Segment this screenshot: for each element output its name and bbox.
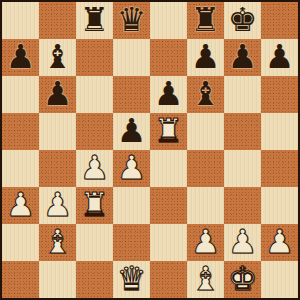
black-pawn: ♟ — [191, 40, 221, 73]
black-rook: ♜ — [191, 3, 221, 36]
square-b5[interactable] — [39, 113, 76, 150]
square-a1[interactable] — [2, 261, 39, 298]
square-h4[interactable] — [261, 150, 298, 187]
black-pawn: ♟ — [265, 40, 295, 73]
square-b7[interactable]: ♝ — [39, 39, 76, 76]
square-a6[interactable] — [2, 76, 39, 113]
square-e7[interactable] — [150, 39, 187, 76]
square-b4[interactable] — [39, 150, 76, 187]
white-bishop: ♝ — [191, 262, 221, 295]
white-queen: ♛ — [117, 262, 147, 295]
square-e1[interactable] — [150, 261, 187, 298]
square-e5[interactable]: ♜ — [150, 113, 187, 150]
square-a7[interactable]: ♟ — [2, 39, 39, 76]
black-bishop: ♝ — [43, 40, 73, 73]
square-f7[interactable]: ♟ — [187, 39, 224, 76]
square-f4[interactable] — [187, 150, 224, 187]
square-d1[interactable]: ♛ — [113, 261, 150, 298]
square-g4[interactable] — [224, 150, 261, 187]
square-f3[interactable] — [187, 187, 224, 224]
white-pawn: ♟ — [43, 188, 73, 221]
square-c8[interactable]: ♜ — [76, 2, 113, 39]
square-c7[interactable] — [76, 39, 113, 76]
square-d7[interactable] — [113, 39, 150, 76]
square-b8[interactable] — [39, 2, 76, 39]
square-a5[interactable] — [2, 113, 39, 150]
square-a3[interactable]: ♟ — [2, 187, 39, 224]
square-d4[interactable]: ♟ — [113, 150, 150, 187]
square-h3[interactable] — [261, 187, 298, 224]
square-h8[interactable] — [261, 2, 298, 39]
black-pawn: ♟ — [154, 77, 184, 110]
black-rook: ♜ — [80, 3, 110, 36]
square-a4[interactable] — [2, 150, 39, 187]
black-queen: ♛ — [117, 3, 147, 36]
square-e4[interactable] — [150, 150, 187, 187]
square-g8[interactable]: ♚ — [224, 2, 261, 39]
square-g1[interactable]: ♚ — [224, 261, 261, 298]
white-rook: ♜ — [80, 188, 110, 221]
square-g3[interactable] — [224, 187, 261, 224]
white-pawn: ♟ — [191, 225, 221, 258]
square-e6[interactable]: ♟ — [150, 76, 187, 113]
square-b2[interactable]: ♝ — [39, 224, 76, 261]
square-d3[interactable] — [113, 187, 150, 224]
square-g6[interactable] — [224, 76, 261, 113]
square-h1[interactable] — [261, 261, 298, 298]
square-c5[interactable] — [76, 113, 113, 150]
white-bishop: ♝ — [43, 225, 73, 258]
square-e2[interactable] — [150, 224, 187, 261]
white-pawn: ♟ — [265, 225, 295, 258]
square-b6[interactable]: ♟ — [39, 76, 76, 113]
square-c6[interactable] — [76, 76, 113, 113]
square-f6[interactable]: ♝ — [187, 76, 224, 113]
square-d2[interactable] — [113, 224, 150, 261]
square-c3[interactable]: ♜ — [76, 187, 113, 224]
square-c1[interactable] — [76, 261, 113, 298]
white-rook: ♜ — [154, 114, 184, 147]
square-e8[interactable] — [150, 2, 187, 39]
square-h2[interactable]: ♟ — [261, 224, 298, 261]
square-d5[interactable]: ♟ — [113, 113, 150, 150]
black-pawn: ♟ — [43, 77, 73, 110]
square-c4[interactable]: ♟ — [76, 150, 113, 187]
square-f2[interactable]: ♟ — [187, 224, 224, 261]
square-g5[interactable] — [224, 113, 261, 150]
white-pawn: ♟ — [80, 151, 110, 184]
square-f8[interactable]: ♜ — [187, 2, 224, 39]
square-h7[interactable]: ♟ — [261, 39, 298, 76]
square-f1[interactable]: ♝ — [187, 261, 224, 298]
black-pawn: ♟ — [6, 40, 36, 73]
white-pawn: ♟ — [6, 188, 36, 221]
chess-board: ♜♛♜♚♟♝♟♟♟♟♟♝♟♜♟♟♟♟♜♝♟♟♟♛♝♚ — [0, 0, 300, 300]
square-b3[interactable]: ♟ — [39, 187, 76, 224]
square-f5[interactable] — [187, 113, 224, 150]
white-king: ♚ — [228, 262, 258, 295]
square-e3[interactable] — [150, 187, 187, 224]
square-c2[interactable] — [76, 224, 113, 261]
black-bishop: ♝ — [191, 77, 221, 110]
black-pawn: ♟ — [117, 114, 147, 147]
square-a8[interactable] — [2, 2, 39, 39]
white-pawn: ♟ — [228, 225, 258, 258]
square-h5[interactable] — [261, 113, 298, 150]
black-pawn: ♟ — [228, 40, 258, 73]
square-g7[interactable]: ♟ — [224, 39, 261, 76]
square-b1[interactable] — [39, 261, 76, 298]
square-g2[interactable]: ♟ — [224, 224, 261, 261]
square-h6[interactable] — [261, 76, 298, 113]
square-d8[interactable]: ♛ — [113, 2, 150, 39]
square-a2[interactable] — [2, 224, 39, 261]
black-king: ♚ — [228, 3, 258, 36]
square-d6[interactable] — [113, 76, 150, 113]
white-pawn: ♟ — [117, 151, 147, 184]
